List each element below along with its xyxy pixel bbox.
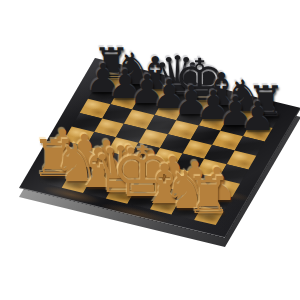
black-pawn-h7: ♟ [240, 97, 276, 137]
chess-set-photo: ♜♞♝♛♚♝♞♜♟♟♟♟♟♟♟♟♟♟♟♟♟♟♟♟♜♞♝♛♚♝♞♜ [0, 0, 300, 300]
white-rook-h1: ♜ [186, 171, 231, 222]
pieces-layer: ♜♞♝♛♚♝♞♜♟♟♟♟♟♟♟♟♟♟♟♟♟♟♟♟♜♞♝♛♚♝♞♜ [0, 0, 300, 300]
